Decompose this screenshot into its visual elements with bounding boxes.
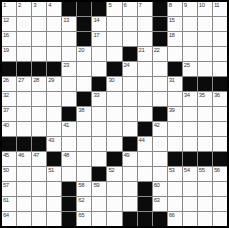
cell-r9c13[interactable]: [183, 122, 197, 136]
cell-r2c5[interactable]: 13: [62, 17, 76, 31]
cell-r11c1[interactable]: 45: [2, 152, 16, 166]
cell-r9c5[interactable]: 41: [62, 122, 76, 136]
cell-r11c15-black: [213, 152, 227, 166]
clue-number-51: 51: [48, 167, 54, 174]
cell-r11c13-black: [183, 152, 197, 166]
cell-r11c2[interactable]: 46: [17, 152, 31, 166]
cell-r15c13[interactable]: [183, 212, 197, 226]
cell-r15c5-black: [62, 212, 76, 226]
clue-number-65: 65: [78, 212, 84, 219]
cell-r8c2[interactable]: [17, 107, 31, 121]
cell-r3c11-black: [153, 32, 167, 46]
cell-r15c9-black: [123, 212, 137, 226]
clue-number-56: 56: [214, 167, 220, 174]
cell-r12c5[interactable]: [62, 167, 76, 181]
cell-r11c11[interactable]: [153, 152, 167, 166]
cell-r7c5[interactable]: [62, 92, 76, 106]
clue-number-53: 53: [169, 167, 175, 174]
clue-number-28: 28: [33, 77, 39, 84]
cell-r13c6[interactable]: 58: [77, 182, 91, 196]
cell-r3c13[interactable]: [183, 32, 197, 46]
cell-r2c3[interactable]: [32, 17, 46, 31]
crossword-board: 1234567891011121314151617181920212223242…: [0, 0, 229, 228]
cell-r10c5[interactable]: [62, 137, 76, 151]
cell-r12c6[interactable]: [77, 167, 91, 181]
cell-r2c6-black: [77, 17, 91, 31]
clue-number-6: 6: [124, 2, 127, 9]
cell-r9c10-black: [138, 122, 152, 136]
cell-r15c12[interactable]: 66: [168, 212, 182, 226]
clue-number-27: 27: [18, 77, 24, 84]
cell-r6c1[interactable]: 26: [2, 77, 16, 91]
cell-r2c12[interactable]: 15: [168, 17, 182, 31]
cell-r15c11-black: [153, 212, 167, 226]
cell-r4c7[interactable]: [92, 47, 106, 61]
cell-r3c1[interactable]: 16: [2, 32, 16, 46]
clue-number-64: 64: [3, 212, 9, 219]
cell-r15c14[interactable]: [198, 212, 212, 226]
clue-number-39: 39: [169, 107, 175, 114]
cell-r7c1[interactable]: 32: [2, 92, 16, 106]
cell-r6c11[interactable]: [153, 77, 167, 91]
cell-r11c3[interactable]: 47: [32, 152, 46, 166]
cell-r14c8[interactable]: [107, 197, 121, 211]
clue-number-25: 25: [184, 62, 190, 69]
clue-number-50: 50: [3, 167, 9, 174]
cell-r7c8[interactable]: [107, 92, 121, 106]
cell-r6c2[interactable]: 27: [17, 77, 31, 91]
cell-r10c14[interactable]: [198, 137, 212, 151]
cell-r4c2[interactable]: [17, 47, 31, 61]
cell-r4c10[interactable]: 21: [138, 47, 152, 61]
clue-number-35: 35: [199, 92, 205, 99]
cell-r6c6[interactable]: [77, 77, 91, 91]
cell-r11c14-black: [198, 152, 212, 166]
cell-r12c9[interactable]: [123, 167, 137, 181]
cell-r5c1-black: [2, 62, 16, 76]
cell-r14c5-black: [62, 197, 76, 211]
clue-number-19: 19: [3, 47, 9, 54]
cell-r14c6[interactable]: 62: [77, 197, 91, 211]
cell-r15c8[interactable]: [107, 212, 121, 226]
cell-r3c12[interactable]: 18: [168, 32, 182, 46]
clue-number-66: 66: [169, 212, 175, 219]
clue-number-5: 5: [108, 2, 111, 9]
cell-r4c5[interactable]: [62, 47, 76, 61]
clue-number-4: 4: [48, 2, 51, 9]
cell-r11c10[interactable]: [138, 152, 152, 166]
cell-r13c10-black: [138, 182, 152, 196]
cell-r8c11-black: [153, 107, 167, 121]
cell-r9c12[interactable]: [168, 122, 182, 136]
cell-r6c10[interactable]: [138, 77, 152, 91]
cell-r8c6[interactable]: 38: [77, 107, 91, 121]
cell-r6c8[interactable]: 30: [107, 77, 121, 91]
clue-number-41: 41: [63, 122, 69, 129]
clue-number-12: 12: [3, 17, 9, 24]
cell-r6c5[interactable]: [62, 77, 76, 91]
cell-r12c10[interactable]: [138, 167, 152, 181]
cell-r3c6-black: [77, 32, 91, 46]
clue-number-59: 59: [93, 182, 99, 189]
cell-r1c3[interactable]: 3: [32, 2, 46, 16]
cell-r2c11-black: [153, 17, 167, 31]
cell-r7c6-black: [77, 92, 91, 106]
cell-r1c12[interactable]: 8: [168, 2, 182, 16]
cell-r9c4[interactable]: [47, 122, 61, 136]
cell-r1c15[interactable]: 11: [213, 2, 227, 16]
cell-r4c14[interactable]: [198, 47, 212, 61]
clue-number-30: 30: [108, 77, 114, 84]
cell-r1c6-black: [77, 2, 91, 16]
cell-r12c7-black: [92, 167, 106, 181]
cell-r3c5[interactable]: [62, 32, 76, 46]
cell-r12c12[interactable]: 53: [168, 167, 182, 181]
cell-r6c14-black: [198, 77, 212, 91]
cell-r4c3[interactable]: [32, 47, 46, 61]
cell-r6c3[interactable]: 28: [32, 77, 46, 91]
cell-r7c9[interactable]: [123, 92, 137, 106]
cell-r8c15[interactable]: [213, 107, 227, 121]
cell-r8c13[interactable]: [183, 107, 197, 121]
clue-number-52: 52: [108, 167, 114, 174]
cell-r11c6[interactable]: [77, 152, 91, 166]
cell-r1c5-black: [62, 2, 76, 16]
cell-r3c2[interactable]: [17, 32, 31, 46]
cell-r7c7[interactable]: 33: [92, 92, 106, 106]
cell-r6c9[interactable]: [123, 77, 137, 91]
cell-r14c3[interactable]: [32, 197, 46, 211]
cell-r8c7[interactable]: [92, 107, 106, 121]
cell-r12c13[interactable]: 54: [183, 167, 197, 181]
cell-r10c13[interactable]: [183, 137, 197, 151]
clue-number-61: 61: [3, 197, 9, 204]
clue-number-2: 2: [18, 2, 21, 9]
cell-r7c13[interactable]: 34: [183, 92, 197, 106]
cell-r12c15[interactable]: 56: [213, 167, 227, 181]
cell-r5c2-black: [17, 62, 31, 76]
clue-number-36: 36: [214, 92, 220, 99]
clue-number-38: 38: [78, 107, 84, 114]
cell-r2c9[interactable]: [123, 17, 137, 31]
cell-r8c10[interactable]: [138, 107, 152, 121]
cell-r10c11[interactable]: [153, 137, 167, 151]
cell-r14c15[interactable]: [213, 197, 227, 211]
cell-r13c8[interactable]: [107, 182, 121, 196]
clue-number-47: 47: [33, 152, 39, 159]
cell-r7c2[interactable]: [17, 92, 31, 106]
cell-r10c4[interactable]: 43: [47, 137, 61, 151]
cell-r12c4[interactable]: 51: [47, 167, 61, 181]
clue-number-9: 9: [184, 2, 187, 9]
cell-r7c12[interactable]: [168, 92, 182, 106]
cell-r10c3-black: [32, 137, 46, 151]
cell-r2c8[interactable]: [107, 17, 121, 31]
cell-r2c14[interactable]: [198, 17, 212, 31]
cell-r1c1[interactable]: 1: [2, 2, 16, 16]
cell-r2c13[interactable]: [183, 17, 197, 31]
cell-r11c12-black: [168, 152, 182, 166]
cell-r15c2[interactable]: [17, 212, 31, 226]
cell-r9c1[interactable]: 40: [2, 122, 16, 136]
cell-r3c8[interactable]: [107, 32, 121, 46]
clue-number-17: 17: [93, 32, 99, 39]
clue-number-49: 49: [124, 152, 130, 159]
cell-r5c10[interactable]: [138, 62, 152, 76]
cell-r5c6[interactable]: [77, 62, 91, 76]
cell-r5c9[interactable]: 24: [123, 62, 137, 76]
clue-number-48: 48: [63, 152, 69, 159]
cell-r11c8-black: [107, 152, 121, 166]
cell-r4c12[interactable]: [168, 47, 182, 61]
cell-r1c2[interactable]: 2: [17, 2, 31, 16]
cell-r13c5-black: [62, 182, 76, 196]
clue-number-46: 46: [18, 152, 24, 159]
cell-r12c14[interactable]: 55: [198, 167, 212, 181]
cell-r11c5[interactable]: 48: [62, 152, 76, 166]
clue-number-54: 54: [184, 167, 190, 174]
cell-r14c10-black: [138, 197, 152, 211]
cell-r8c14[interactable]: [198, 107, 212, 121]
clue-number-57: 57: [3, 182, 9, 189]
cell-r8c1[interactable]: 37: [2, 107, 16, 121]
cell-r15c7[interactable]: [92, 212, 106, 226]
cell-r12c8[interactable]: 52: [107, 167, 121, 181]
cell-r6c4[interactable]: 29: [47, 77, 61, 91]
clue-number-14: 14: [93, 17, 99, 24]
cell-r15c15[interactable]: [213, 212, 227, 226]
cell-r2c7[interactable]: 14: [92, 17, 106, 31]
cell-r5c3-black: [32, 62, 46, 76]
cell-r7c11[interactable]: [153, 92, 167, 106]
cell-r3c14[interactable]: [198, 32, 212, 46]
cell-r2c10[interactable]: [138, 17, 152, 31]
clue-number-16: 16: [3, 32, 9, 39]
clue-number-7: 7: [139, 2, 142, 9]
clue-number-37: 37: [3, 107, 9, 114]
cell-r2c4[interactable]: [47, 17, 61, 31]
cell-r12c1[interactable]: 50: [2, 167, 16, 181]
cell-r4c4[interactable]: [47, 47, 61, 61]
cell-r9c11[interactable]: 42: [153, 122, 167, 136]
cell-r1c8[interactable]: 5: [107, 2, 121, 16]
cell-r4c11[interactable]: 22: [153, 47, 167, 61]
cell-r5c8-black: [107, 62, 121, 76]
cell-r12c11[interactable]: [153, 167, 167, 181]
cell-r7c3[interactable]: [32, 92, 46, 106]
cell-r2c1[interactable]: 12: [2, 17, 16, 31]
cell-r11c7[interactable]: [92, 152, 106, 166]
clue-number-8: 8: [169, 2, 172, 9]
cell-r4c6[interactable]: 20: [77, 47, 91, 61]
cell-r13c4[interactable]: [47, 182, 61, 196]
cell-r3c9[interactable]: [123, 32, 137, 46]
cell-r9c9[interactable]: [123, 122, 137, 136]
cell-r9c15[interactable]: [213, 122, 227, 136]
cell-r9c3[interactable]: [32, 122, 46, 136]
cell-r6c13-black: [183, 77, 197, 91]
cell-r13c12[interactable]: [168, 182, 182, 196]
cell-r9c8[interactable]: [107, 122, 121, 136]
cell-r3c7[interactable]: 17: [92, 32, 106, 46]
cell-r2c15[interactable]: [213, 17, 227, 31]
clue-number-63: 63: [154, 197, 160, 204]
cell-r9c2[interactable]: [17, 122, 31, 136]
cell-r8c5-black: [62, 107, 76, 121]
cell-r13c11[interactable]: 60: [153, 182, 167, 196]
cell-r13c14[interactable]: [198, 182, 212, 196]
clue-number-62: 62: [78, 197, 84, 204]
cell-r13c9[interactable]: [123, 182, 137, 196]
cell-r1c13[interactable]: 9: [183, 2, 197, 16]
cell-r9c14[interactable]: [198, 122, 212, 136]
cell-r15c6[interactable]: 65: [77, 212, 91, 226]
cell-r14c9[interactable]: [123, 197, 137, 211]
cell-r14c1[interactable]: 61: [2, 197, 16, 211]
cell-r10c10[interactable]: 44: [138, 137, 152, 151]
clue-number-31: 31: [169, 77, 175, 84]
cell-r14c13[interactable]: [183, 197, 197, 211]
cell-r14c2[interactable]: [17, 197, 31, 211]
cell-r5c13[interactable]: 25: [183, 62, 197, 76]
clue-number-55: 55: [199, 167, 205, 174]
cell-r5c11[interactable]: [153, 62, 167, 76]
cell-r15c1[interactable]: 64: [2, 212, 16, 226]
clue-number-1: 1: [3, 2, 6, 9]
cell-r1c4[interactable]: 4: [47, 2, 61, 16]
cell-r5c14[interactable]: [198, 62, 212, 76]
cell-r6c12[interactable]: 31: [168, 77, 182, 91]
clue-number-10: 10: [199, 2, 205, 9]
cell-r14c14[interactable]: [198, 197, 212, 211]
clue-number-22: 22: [154, 47, 160, 54]
cell-r1c7-black: [92, 2, 106, 16]
cell-r1c14[interactable]: 10: [198, 2, 212, 16]
clue-number-45: 45: [3, 152, 9, 159]
cell-r15c10-black: [138, 212, 152, 226]
cell-r3c15[interactable]: [213, 32, 227, 46]
clue-number-23: 23: [63, 62, 69, 69]
clue-number-18: 18: [169, 32, 175, 39]
cell-r14c7[interactable]: [92, 197, 106, 211]
cell-r4c1[interactable]: 19: [2, 47, 16, 61]
cell-r10c7[interactable]: [92, 137, 106, 151]
clue-number-29: 29: [48, 77, 54, 84]
cell-r15c3[interactable]: [32, 212, 46, 226]
cell-r10c12[interactable]: [168, 137, 182, 151]
cell-r4c13[interactable]: [183, 47, 197, 61]
cell-r13c3[interactable]: [32, 182, 46, 196]
cell-r13c13[interactable]: [183, 182, 197, 196]
clue-number-24: 24: [124, 62, 130, 69]
cell-r8c4[interactable]: [47, 107, 61, 121]
cell-r11c9[interactable]: 49: [123, 152, 137, 166]
cell-r3c4[interactable]: [47, 32, 61, 46]
cell-r1c11-black: [153, 2, 167, 16]
cell-r13c7[interactable]: 59: [92, 182, 106, 196]
cell-r6c15-black: [213, 77, 227, 91]
cell-r4c9-black: [123, 47, 137, 61]
clue-number-43: 43: [48, 137, 54, 144]
cell-r7c10[interactable]: [138, 92, 152, 106]
cell-r7c14[interactable]: 35: [198, 92, 212, 106]
cell-r10c8[interactable]: [107, 137, 121, 151]
clue-number-32: 32: [3, 92, 9, 99]
cell-r13c15[interactable]: [213, 182, 227, 196]
cell-r4c15[interactable]: [213, 47, 227, 61]
clue-number-34: 34: [184, 92, 190, 99]
clue-number-40: 40: [3, 122, 9, 129]
cell-r13c1[interactable]: 57: [2, 182, 16, 196]
cell-r5c15[interactable]: [213, 62, 227, 76]
cell-r10c9-black: [123, 137, 137, 151]
cell-r3c10[interactable]: [138, 32, 152, 46]
cell-r5c7[interactable]: [92, 62, 106, 76]
clue-number-42: 42: [154, 122, 160, 129]
clue-number-33: 33: [93, 92, 99, 99]
cell-r4c8[interactable]: [107, 47, 121, 61]
cell-r8c3[interactable]: [32, 107, 46, 121]
clue-number-15: 15: [169, 17, 175, 24]
clue-number-21: 21: [139, 47, 145, 54]
cell-r13c2[interactable]: [17, 182, 31, 196]
cell-r14c12[interactable]: [168, 197, 182, 211]
cell-r5c4-black: [47, 62, 61, 76]
cell-r3c3[interactable]: [32, 32, 46, 46]
cell-r8c9[interactable]: [123, 107, 137, 121]
cell-r2c2[interactable]: [17, 17, 31, 31]
cell-r1c10[interactable]: 7: [138, 2, 152, 16]
clue-number-13: 13: [63, 17, 69, 24]
clue-number-60: 60: [154, 182, 160, 189]
cell-r10c2-black: [17, 137, 31, 151]
clue-number-44: 44: [139, 137, 145, 144]
cell-r15c4[interactable]: [47, 212, 61, 226]
cell-r5c5[interactable]: 23: [62, 62, 76, 76]
cell-r14c4[interactable]: [47, 197, 61, 211]
cell-r10c1-black: [2, 137, 16, 151]
clue-number-11: 11: [214, 2, 219, 9]
clue-number-26: 26: [3, 77, 9, 84]
cell-r14c11[interactable]: 63: [153, 197, 167, 211]
cell-r12c2[interactable]: [17, 167, 31, 181]
clue-number-3: 3: [33, 2, 36, 9]
cell-r1c9[interactable]: 6: [123, 2, 137, 16]
cell-r5c12-black: [168, 62, 182, 76]
cell-r9c6[interactable]: [77, 122, 91, 136]
clue-number-58: 58: [78, 182, 84, 189]
cell-r6c7-black: [92, 77, 106, 91]
cell-r9c7[interactable]: [92, 122, 106, 136]
cell-r7c4[interactable]: [47, 92, 61, 106]
clue-number-20: 20: [78, 47, 84, 54]
cell-r8c8[interactable]: [107, 107, 121, 121]
crossword-grid: 1234567891011121314151617181920212223242…: [2, 2, 227, 226]
cell-r12c3[interactable]: [32, 167, 46, 181]
cell-r10c6[interactable]: [77, 137, 91, 151]
cell-r8c12[interactable]: 39: [168, 107, 182, 121]
cell-r11c4-black: [47, 152, 61, 166]
cell-r10c15[interactable]: [213, 137, 227, 151]
cell-r7c15[interactable]: 36: [213, 92, 227, 106]
